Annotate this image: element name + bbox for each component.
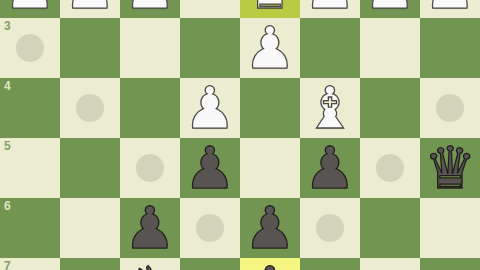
square-g7[interactable]	[60, 258, 120, 270]
square-d5[interactable]	[240, 138, 300, 198]
square-b5[interactable]	[360, 138, 420, 198]
white-pawn[interactable]: ♟	[244, 18, 296, 78]
black-pawn[interactable]: ♟	[124, 198, 176, 258]
square-c6[interactable]	[300, 198, 360, 258]
legal-move-hint-dot[interactable]	[196, 214, 224, 242]
square-g4[interactable]	[60, 78, 120, 138]
square-d4[interactable]	[240, 78, 300, 138]
rank-label-5: 5	[4, 139, 11, 153]
square-f4[interactable]	[120, 78, 180, 138]
legal-move-hint-dot[interactable]	[436, 94, 464, 122]
square-a5[interactable]: ♛	[420, 138, 480, 198]
square-h6[interactable]: 6	[0, 198, 60, 258]
square-g2[interactable]: ♟	[60, 0, 120, 18]
black-pawn[interactable]: ♟	[244, 198, 296, 258]
square-h3[interactable]: 3	[0, 18, 60, 78]
legal-move-hint-dot[interactable]	[76, 94, 104, 122]
board-viewport: ♟♟♟♛♟♟♟3♟4♟♝5♟♟♛6♟♟7♞♝	[0, 0, 480, 270]
square-a7[interactable]	[420, 258, 480, 270]
black-pawn[interactable]: ♟	[184, 138, 236, 198]
chess-board: ♟♟♟♛♟♟♟3♟4♟♝5♟♟♛6♟♟7♞♝	[0, 0, 480, 270]
rank-label-4: 4	[4, 79, 11, 93]
square-e3[interactable]	[180, 18, 240, 78]
square-b3[interactable]	[360, 18, 420, 78]
square-c2[interactable]: ♟	[300, 0, 360, 18]
square-g6[interactable]	[60, 198, 120, 258]
white-pawn[interactable]: ♟	[424, 0, 476, 18]
white-pawn[interactable]: ♟	[304, 0, 356, 18]
rank-label-6: 6	[4, 199, 11, 213]
square-g5[interactable]	[60, 138, 120, 198]
black-pawn[interactable]: ♟	[304, 138, 356, 198]
legal-move-hint-dot[interactable]	[136, 154, 164, 182]
square-e2[interactable]	[180, 0, 240, 18]
square-h4[interactable]: 4	[0, 78, 60, 138]
rank-label-7: 7	[4, 259, 11, 270]
square-a3[interactable]	[420, 18, 480, 78]
square-c4[interactable]: ♝	[300, 78, 360, 138]
black-bishop[interactable]: ♝	[244, 258, 296, 270]
square-d7[interactable]: ♝	[240, 258, 300, 270]
white-pawn[interactable]: ♟	[64, 0, 116, 18]
square-c7[interactable]	[300, 258, 360, 270]
square-c3[interactable]	[300, 18, 360, 78]
square-g3[interactable]	[60, 18, 120, 78]
square-c5[interactable]: ♟	[300, 138, 360, 198]
square-h2[interactable]: ♟	[0, 0, 60, 18]
white-bishop[interactable]: ♝	[304, 78, 356, 138]
square-h5[interactable]: 5	[0, 138, 60, 198]
square-b6[interactable]	[360, 198, 420, 258]
square-f3[interactable]	[120, 18, 180, 78]
white-pawn[interactable]: ♟	[4, 0, 56, 18]
legal-move-hint-dot[interactable]	[376, 154, 404, 182]
square-e4[interactable]: ♟	[180, 78, 240, 138]
square-b7[interactable]	[360, 258, 420, 270]
square-f5[interactable]	[120, 138, 180, 198]
square-d3[interactable]: ♟	[240, 18, 300, 78]
square-a4[interactable]	[420, 78, 480, 138]
white-pawn[interactable]: ♟	[184, 78, 236, 138]
white-pawn[interactable]: ♟	[124, 0, 176, 18]
square-f6[interactable]: ♟	[120, 198, 180, 258]
square-f7[interactable]: ♞	[120, 258, 180, 270]
square-e6[interactable]	[180, 198, 240, 258]
square-a2[interactable]: ♟	[420, 0, 480, 18]
black-queen[interactable]: ♛	[424, 138, 476, 198]
square-h7[interactable]: 7	[0, 258, 60, 270]
square-f2[interactable]: ♟	[120, 0, 180, 18]
square-a6[interactable]	[420, 198, 480, 258]
legal-move-hint-dot[interactable]	[16, 34, 44, 62]
legal-move-hint-dot[interactable]	[316, 214, 344, 242]
square-e7[interactable]	[180, 258, 240, 270]
black-knight[interactable]: ♞	[124, 258, 176, 270]
white-pawn[interactable]: ♟	[364, 0, 416, 18]
square-b4[interactable]	[360, 78, 420, 138]
rank-label-3: 3	[4, 19, 11, 33]
square-b2[interactable]: ♟	[360, 0, 420, 18]
square-d6[interactable]: ♟	[240, 198, 300, 258]
square-e5[interactable]: ♟	[180, 138, 240, 198]
